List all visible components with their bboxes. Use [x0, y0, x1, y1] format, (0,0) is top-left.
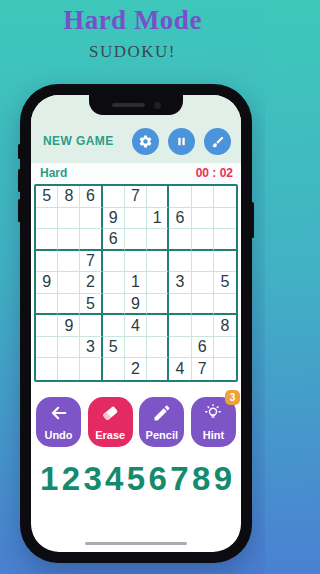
- cell-r4c9[interactable]: [214, 251, 236, 273]
- gear-icon: [138, 134, 153, 149]
- cell-r9c1[interactable]: [36, 358, 58, 380]
- number-pad: 123456789: [31, 461, 241, 497]
- cell-r4c5[interactable]: [125, 251, 147, 273]
- cell-r5c4[interactable]: [103, 272, 125, 294]
- cell-r1c9[interactable]: [214, 186, 236, 208]
- cell-r5c1[interactable]: 9: [36, 272, 58, 294]
- cell-r8c5[interactable]: [125, 337, 147, 359]
- cell-r1c7[interactable]: [169, 186, 191, 208]
- cell-r8c3[interactable]: 3: [80, 337, 102, 359]
- toolbar: Undo Erase Pencil 3 Hint: [31, 397, 241, 447]
- cell-r7c6[interactable]: [147, 315, 169, 337]
- volume-down-button: [18, 199, 21, 222]
- cell-r9c8[interactable]: 7: [192, 358, 214, 380]
- cell-r6c5[interactable]: 9: [125, 294, 147, 316]
- cell-r3c2[interactable]: [58, 229, 80, 251]
- cell-r1c3[interactable]: 6: [80, 186, 102, 208]
- cell-r5c9[interactable]: 5: [214, 272, 236, 294]
- cell-r4c7[interactable]: [169, 251, 191, 273]
- erase-label: Erase: [95, 429, 125, 441]
- pencil-label: Pencil: [146, 429, 178, 441]
- cell-r2c9[interactable]: [214, 208, 236, 230]
- cell-r7c3[interactable]: [80, 315, 102, 337]
- cell-r8c8[interactable]: 6: [192, 337, 214, 359]
- numkey-8[interactable]: 8: [192, 461, 210, 497]
- header-actions: [132, 128, 231, 155]
- page-subtitle: SUDOKU!: [0, 42, 265, 62]
- cell-r7c4[interactable]: [103, 315, 125, 337]
- cell-r1c2[interactable]: 8: [58, 186, 80, 208]
- cell-r7c1[interactable]: [36, 315, 58, 337]
- numkey-1[interactable]: 1: [40, 461, 58, 497]
- hint-label: Hint: [203, 429, 224, 441]
- cell-r6c8[interactable]: [192, 294, 214, 316]
- numkey-9[interactable]: 9: [214, 461, 232, 497]
- pause-button[interactable]: [168, 128, 195, 155]
- cell-r4c3[interactable]: 7: [80, 251, 102, 273]
- cell-r4c1[interactable]: [36, 251, 58, 273]
- hint-count-badge: 3: [225, 390, 240, 405]
- cell-r1c5[interactable]: 7: [125, 186, 147, 208]
- notch: [89, 95, 183, 115]
- new-game-button[interactable]: NEW GAME: [43, 134, 114, 148]
- cell-r3c1[interactable]: [36, 229, 58, 251]
- cell-r9c7[interactable]: 4: [169, 358, 191, 380]
- cell-r6c1[interactable]: [36, 294, 58, 316]
- cell-r9c5[interactable]: 2: [125, 358, 147, 380]
- cell-r1c1[interactable]: 5: [36, 186, 58, 208]
- grid-area: 5867916679213559948356247: [31, 183, 241, 382]
- cell-r6c7[interactable]: [169, 294, 191, 316]
- numkey-3[interactable]: 3: [83, 461, 101, 497]
- cell-r4c8[interactable]: [192, 251, 214, 273]
- phone-frame: NEW GAME H: [20, 84, 252, 563]
- numkey-2[interactable]: 2: [62, 461, 80, 497]
- camera-dot: [154, 102, 161, 109]
- undo-button[interactable]: Undo: [36, 397, 81, 447]
- cell-r3c6[interactable]: [147, 229, 169, 251]
- cell-r8c9[interactable]: [214, 337, 236, 359]
- numkey-7[interactable]: 7: [170, 461, 188, 497]
- cell-r7c9[interactable]: 8: [214, 315, 236, 337]
- cell-r9c6[interactable]: [147, 358, 169, 380]
- sudoku-grid: 5867916679213559948356247: [34, 184, 238, 382]
- cell-r9c4[interactable]: [103, 358, 125, 380]
- theme-button[interactable]: [204, 128, 231, 155]
- cell-r8c7[interactable]: [169, 337, 191, 359]
- cell-r5c5[interactable]: 1: [125, 272, 147, 294]
- cell-r2c6[interactable]: 1: [147, 208, 169, 230]
- cell-r5c6[interactable]: [147, 272, 169, 294]
- cell-r8c1[interactable]: [36, 337, 58, 359]
- cell-r7c5[interactable]: 4: [125, 315, 147, 337]
- pencil-icon: [152, 403, 172, 426]
- cell-r5c8[interactable]: [192, 272, 214, 294]
- cell-r4c2[interactable]: [58, 251, 80, 273]
- cell-r3c9[interactable]: [214, 229, 236, 251]
- numkey-4[interactable]: 4: [105, 461, 123, 497]
- settings-button[interactable]: [132, 128, 159, 155]
- cell-r5c3[interactable]: 2: [80, 272, 102, 294]
- numkey-6[interactable]: 6: [149, 461, 167, 497]
- pencil-button[interactable]: Pencil: [139, 397, 184, 447]
- cell-r2c7[interactable]: 6: [169, 208, 191, 230]
- cell-r5c7[interactable]: 3: [169, 272, 191, 294]
- undo-label: Undo: [44, 429, 72, 441]
- difficulty-label: Hard: [40, 166, 67, 180]
- cell-r1c8[interactable]: [192, 186, 214, 208]
- cell-r6c2[interactable]: [58, 294, 80, 316]
- status-bar: Hard 00 : 02: [31, 163, 241, 183]
- cell-r9c2[interactable]: [58, 358, 80, 380]
- cell-r7c8[interactable]: [192, 315, 214, 337]
- cell-r6c3[interactable]: 5: [80, 294, 102, 316]
- paint-brush-icon: [211, 135, 225, 149]
- erase-button[interactable]: Erase: [88, 397, 133, 447]
- speaker-slot: [112, 103, 145, 107]
- cell-r9c9[interactable]: [214, 358, 236, 380]
- hint-button[interactable]: 3 Hint: [191, 397, 236, 447]
- cell-r1c4[interactable]: [103, 186, 125, 208]
- power-button: [251, 202, 254, 238]
- cell-r2c8[interactable]: [192, 208, 214, 230]
- cell-r7c7[interactable]: [169, 315, 191, 337]
- lightbulb-icon: [203, 403, 223, 426]
- cell-r4c6[interactable]: [147, 251, 169, 273]
- volume-up-button: [18, 169, 21, 192]
- cell-r6c6[interactable]: [147, 294, 169, 316]
- cell-r2c2[interactable]: [58, 208, 80, 230]
- cell-r3c7[interactable]: [169, 229, 191, 251]
- mute-switch: [18, 144, 21, 159]
- phone-screen: NEW GAME H: [31, 95, 241, 552]
- cell-r2c5[interactable]: [125, 208, 147, 230]
- cell-r3c5[interactable]: [125, 229, 147, 251]
- cell-r8c4[interactable]: 5: [103, 337, 125, 359]
- timer: 00 : 02: [196, 166, 233, 180]
- cell-r7c2[interactable]: 9: [58, 315, 80, 337]
- cell-r3c4[interactable]: 6: [103, 229, 125, 251]
- cell-r8c6[interactable]: [147, 337, 169, 359]
- cell-r1c6[interactable]: [147, 186, 169, 208]
- cell-r4c4[interactable]: [103, 251, 125, 273]
- cell-r2c1[interactable]: [36, 208, 58, 230]
- numkey-5[interactable]: 5: [127, 461, 145, 497]
- cell-r8c2[interactable]: [58, 337, 80, 359]
- arrow-left-icon: [49, 403, 69, 426]
- page-title: Hard Mode: [0, 5, 265, 36]
- cell-r3c8[interactable]: [192, 229, 214, 251]
- pause-icon: [175, 135, 188, 148]
- cell-r3c3[interactable]: [80, 229, 102, 251]
- cell-r5c2[interactable]: [58, 272, 80, 294]
- cell-r2c4[interactable]: 9: [103, 208, 125, 230]
- cell-r2c3[interactable]: [80, 208, 102, 230]
- home-indicator[interactable]: [85, 542, 187, 545]
- cell-r6c9[interactable]: [214, 294, 236, 316]
- eraser-icon: [100, 403, 120, 426]
- cell-r6c4[interactable]: [103, 294, 125, 316]
- cell-r9c3[interactable]: [80, 358, 102, 380]
